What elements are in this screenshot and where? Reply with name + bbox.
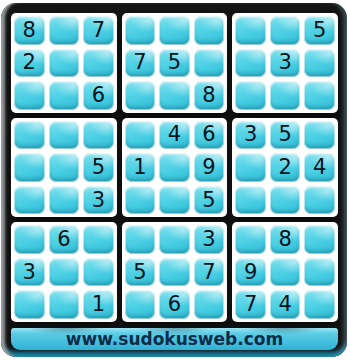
cell-r6c9[interactable]: [304, 186, 335, 215]
box-r3c2: 3576: [122, 222, 228, 322]
cell-r9c1[interactable]: [14, 290, 45, 319]
cell-r2c7[interactable]: [235, 49, 266, 78]
cell-r3c3[interactable]: 6: [83, 81, 114, 110]
cell-r7c5[interactable]: [159, 225, 190, 254]
cell-r7c1[interactable]: [14, 225, 45, 254]
cell-r6c1[interactable]: [14, 186, 45, 215]
cell-r5c3[interactable]: 5: [83, 153, 114, 182]
cell-r4c2[interactable]: [49, 121, 80, 150]
box-r2c3: 3524: [232, 118, 338, 218]
box-r2c2: 46195: [122, 118, 228, 218]
cell-r4c8[interactable]: 5: [270, 121, 301, 150]
sudoku-plaque: 8726758535346195352463135768974 www.sudo…: [1, 3, 347, 357]
cell-r8c1[interactable]: 3: [14, 258, 45, 287]
cell-r1c7[interactable]: [235, 16, 266, 45]
cell-r5c5[interactable]: [159, 153, 190, 182]
page: 8726758535346195352463135768974 www.sudo…: [0, 0, 350, 360]
cell-r9c6[interactable]: [194, 290, 225, 319]
cell-r7c7[interactable]: [235, 225, 266, 254]
cell-r9c3[interactable]: 1: [83, 290, 114, 319]
cell-r2c4[interactable]: 7: [125, 49, 156, 78]
cell-r1c1[interactable]: 8: [14, 16, 45, 45]
cell-r3c2[interactable]: [49, 81, 80, 110]
cell-r8c9[interactable]: [304, 258, 335, 287]
cell-r9c8[interactable]: 4: [270, 290, 301, 319]
cell-r7c4[interactable]: [125, 225, 156, 254]
cell-r4c4[interactable]: [125, 121, 156, 150]
cell-r3c8[interactable]: [270, 81, 301, 110]
cell-r5c2[interactable]: [49, 153, 80, 182]
cell-r4c1[interactable]: [14, 121, 45, 150]
cell-r5c7[interactable]: [235, 153, 266, 182]
box-r1c1: 8726: [11, 13, 117, 113]
cell-r2c2[interactable]: [49, 49, 80, 78]
cell-r4c5[interactable]: 4: [159, 121, 190, 150]
cell-r5c9[interactable]: 4: [304, 153, 335, 182]
cell-r2c9[interactable]: [304, 49, 335, 78]
sudoku-board: 8726758535346195352463135768974: [11, 13, 338, 322]
box-r3c3: 8974: [232, 222, 338, 322]
cell-r5c1[interactable]: [14, 153, 45, 182]
cell-r2c1[interactable]: 2: [14, 49, 45, 78]
footer-bar: www.sudokusweb.com: [11, 328, 338, 350]
cell-r1c8[interactable]: [270, 16, 301, 45]
cell-r4c6[interactable]: 6: [194, 121, 225, 150]
cell-r3c5[interactable]: [159, 81, 190, 110]
cell-r7c6[interactable]: 3: [194, 225, 225, 254]
cell-r6c5[interactable]: [159, 186, 190, 215]
cell-r9c5[interactable]: 6: [159, 290, 190, 319]
cell-r1c5[interactable]: [159, 16, 190, 45]
cell-r2c3[interactable]: [83, 49, 114, 78]
cell-r8c5[interactable]: [159, 258, 190, 287]
cell-r5c6[interactable]: 9: [194, 153, 225, 182]
cell-r8c7[interactable]: 9: [235, 258, 266, 287]
cell-r3c6[interactable]: 8: [194, 81, 225, 110]
cell-r1c9[interactable]: 5: [304, 16, 335, 45]
box-r1c2: 758: [122, 13, 228, 113]
cell-r1c3[interactable]: 7: [83, 16, 114, 45]
cell-r8c3[interactable]: [83, 258, 114, 287]
cell-r5c8[interactable]: 2: [270, 153, 301, 182]
cell-r4c3[interactable]: [83, 121, 114, 150]
cell-r6c7[interactable]: [235, 186, 266, 215]
cell-r9c2[interactable]: [49, 290, 80, 319]
cell-r8c4[interactable]: 5: [125, 258, 156, 287]
box-r1c3: 53: [232, 13, 338, 113]
cell-r4c7[interactable]: 3: [235, 121, 266, 150]
cell-r6c6[interactable]: 5: [194, 186, 225, 215]
cell-r6c4[interactable]: [125, 186, 156, 215]
cell-r7c3[interactable]: [83, 225, 114, 254]
cell-r9c4[interactable]: [125, 290, 156, 319]
cell-r9c7[interactable]: 7: [235, 290, 266, 319]
cell-r5c4[interactable]: 1: [125, 153, 156, 182]
cell-r8c6[interactable]: 7: [194, 258, 225, 287]
cell-r1c2[interactable]: [49, 16, 80, 45]
cell-r1c4[interactable]: [125, 16, 156, 45]
box-r3c1: 631: [11, 222, 117, 322]
cell-r7c2[interactable]: 6: [49, 225, 80, 254]
box-r2c1: 53: [11, 118, 117, 218]
site-url[interactable]: www.sudokusweb.com: [66, 329, 283, 349]
cell-r3c9[interactable]: [304, 81, 335, 110]
cell-r1c6[interactable]: [194, 16, 225, 45]
cell-r2c6[interactable]: [194, 49, 225, 78]
cell-r3c7[interactable]: [235, 81, 266, 110]
cell-r7c8[interactable]: 8: [270, 225, 301, 254]
cell-r2c5[interactable]: 5: [159, 49, 190, 78]
cell-r9c9[interactable]: [304, 290, 335, 319]
cell-r3c1[interactable]: [14, 81, 45, 110]
cell-r7c9[interactable]: [304, 225, 335, 254]
cell-r6c2[interactable]: [49, 186, 80, 215]
cell-r6c8[interactable]: [270, 186, 301, 215]
cell-r4c9[interactable]: [304, 121, 335, 150]
cell-r2c8[interactable]: 3: [270, 49, 301, 78]
cell-r8c2[interactable]: [49, 258, 80, 287]
cell-r6c3[interactable]: 3: [83, 186, 114, 215]
cell-r3c4[interactable]: [125, 81, 156, 110]
cell-r8c8[interactable]: [270, 258, 301, 287]
